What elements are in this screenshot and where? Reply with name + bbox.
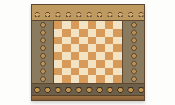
square-h3[interactable] [113,60,122,68]
square-f2[interactable] [96,68,105,76]
square-d2[interactable] [79,68,88,76]
square-d5[interactable] [79,44,88,52]
square-d6[interactable] [79,37,88,45]
checkerboard [54,21,122,83]
square-c1[interactable] [71,75,80,83]
border-left-carved-motifs [32,21,54,83]
square-e8[interactable] [88,21,97,29]
square-c4[interactable] [71,52,80,60]
square-e2[interactable] [88,68,97,76]
square-a7[interactable] [54,29,63,37]
square-b6[interactable] [62,37,71,45]
square-h1[interactable] [113,75,122,83]
square-f1[interactable] [96,75,105,83]
photo-background [0,0,175,105]
square-f8[interactable] [96,21,105,29]
square-b8[interactable] [62,21,71,29]
square-b7[interactable] [62,29,71,37]
square-c6[interactable] [71,37,80,45]
square-a8[interactable] [54,21,63,29]
square-g2[interactable] [105,68,114,76]
square-f7[interactable] [96,29,105,37]
square-g5[interactable] [105,44,114,52]
square-g1[interactable] [105,75,114,83]
square-h7[interactable] [113,29,122,37]
square-d7[interactable] [79,29,88,37]
square-d1[interactable] [79,75,88,83]
square-b4[interactable] [62,52,71,60]
square-c2[interactable] [71,68,80,76]
square-d4[interactable] [79,52,88,60]
square-h2[interactable] [113,68,122,76]
square-g8[interactable] [105,21,114,29]
square-h6[interactable] [113,37,122,45]
square-e4[interactable] [88,52,97,60]
square-g6[interactable] [105,37,114,45]
border-top-carved-medallions [32,5,144,21]
square-e6[interactable] [88,37,97,45]
square-c8[interactable] [71,21,80,29]
square-e1[interactable] [88,75,97,83]
square-f4[interactable] [96,52,105,60]
square-a6[interactable] [54,37,63,45]
square-d8[interactable] [79,21,88,29]
border-bottom-carved-medallions [32,83,144,95]
square-b5[interactable] [62,44,71,52]
square-e7[interactable] [88,29,97,37]
board-bottom-edge [32,95,144,100]
square-g4[interactable] [105,52,114,60]
square-a1[interactable] [54,75,63,83]
square-h5[interactable] [113,44,122,52]
border-right-carved-motifs [122,21,144,83]
square-c5[interactable] [71,44,80,52]
square-a2[interactable] [54,68,63,76]
square-a3[interactable] [54,60,63,68]
chess-board [31,4,145,101]
square-b1[interactable] [62,75,71,83]
square-e5[interactable] [88,44,97,52]
square-f3[interactable] [96,60,105,68]
square-f5[interactable] [96,44,105,52]
square-f6[interactable] [96,37,105,45]
square-a5[interactable] [54,44,63,52]
square-g3[interactable] [105,60,114,68]
square-h4[interactable] [113,52,122,60]
square-b3[interactable] [62,60,71,68]
square-e3[interactable] [88,60,97,68]
square-d3[interactable] [79,60,88,68]
square-c3[interactable] [71,60,80,68]
square-c7[interactable] [71,29,80,37]
square-h8[interactable] [113,21,122,29]
square-a4[interactable] [54,52,63,60]
square-b2[interactable] [62,68,71,76]
square-g7[interactable] [105,29,114,37]
